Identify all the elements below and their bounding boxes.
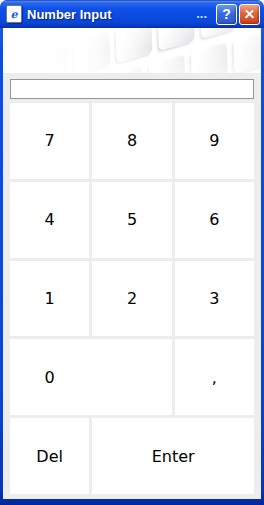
key-label: 4 (45, 210, 55, 229)
key-2[interactable]: 2 (92, 261, 171, 337)
key-8[interactable]: 8 (92, 103, 171, 179)
key-9[interactable]: 9 (175, 103, 254, 179)
key-del[interactable]: Del (10, 418, 89, 494)
key-label: 0 (10, 368, 89, 387)
key-label: Enter (152, 447, 195, 466)
close-button[interactable] (239, 4, 260, 25)
key-3[interactable]: 3 (175, 261, 254, 337)
key-label: , (212, 368, 217, 387)
key-comma[interactable]: , (175, 339, 254, 415)
html-document-icon: e (6, 5, 22, 23)
key-label: 7 (45, 131, 55, 150)
window-title: Number Input (27, 7, 112, 22)
key-7[interactable]: 7 (10, 103, 89, 179)
key-label: 1 (45, 289, 55, 308)
number-input-window: e Number Input ... ? (0, 0, 264, 505)
key-4[interactable]: 4 (10, 182, 89, 258)
key-label: 9 (209, 131, 219, 150)
number-input-field[interactable] (10, 79, 254, 99)
keypad-grid: 7 8 9 4 5 6 1 (10, 103, 254, 494)
key-label: 2 (127, 289, 137, 308)
key-enter[interactable]: Enter (92, 418, 254, 494)
key-1[interactable]: 1 (10, 261, 89, 337)
keyboard-photo-banner (3, 28, 261, 73)
fade-overlay (3, 28, 261, 73)
title-ellipsis: ... (196, 9, 207, 19)
client-area: 7 8 9 4 5 6 1 (3, 28, 261, 499)
key-5[interactable]: 5 (92, 182, 171, 258)
key-label: 5 (127, 210, 137, 229)
help-button[interactable]: ? (216, 4, 237, 25)
key-label: Del (36, 447, 63, 466)
titlebar[interactable]: e Number Input ... ? (0, 0, 264, 28)
key-label: 3 (209, 289, 219, 308)
keypad-panel: 7 8 9 4 5 6 1 (3, 73, 261, 499)
key-6[interactable]: 6 (175, 182, 254, 258)
key-label: 8 (127, 131, 137, 150)
key-label: 6 (209, 210, 219, 229)
key-0[interactable]: 0 (10, 339, 172, 415)
